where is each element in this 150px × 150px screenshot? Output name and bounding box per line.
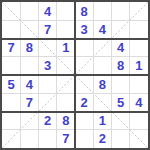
cell-r4c8[interactable]: 1 xyxy=(130,57,148,75)
cell-r7c5[interactable] xyxy=(75,112,93,130)
cell-r2c2[interactable] xyxy=(20,20,38,38)
cell-r3c1[interactable]: 7 xyxy=(2,39,20,57)
cell-r3c2[interactable]: 8 xyxy=(20,39,38,57)
cell-r6c7[interactable]: 5 xyxy=(112,93,130,111)
cell-r4c6[interactable] xyxy=(93,57,111,75)
cell-r7c2[interactable] xyxy=(20,112,38,130)
cell-r4c1[interactable] xyxy=(2,57,20,75)
cell-r1c1[interactable] xyxy=(2,2,20,20)
cell-r8c7[interactable] xyxy=(112,130,130,148)
cell-r7c7[interactable] xyxy=(112,112,130,130)
cell-r7c8[interactable] xyxy=(130,112,148,130)
cell-r2c3[interactable]: 7 xyxy=(39,20,57,38)
cell-r2c7[interactable] xyxy=(112,20,130,38)
cell-r5c5[interactable] xyxy=(75,75,93,93)
cell-r3c4[interactable]: 1 xyxy=(57,39,75,57)
cell-r8c2[interactable] xyxy=(20,130,38,148)
cell-r6c1[interactable] xyxy=(2,93,20,111)
cell-r8c4[interactable]: 7 xyxy=(57,130,75,148)
cell-r6c5[interactable]: 2 xyxy=(75,93,93,111)
cell-r1c7[interactable] xyxy=(112,2,130,20)
cell-r1c3[interactable]: 4 xyxy=(39,2,57,20)
cell-r7c1[interactable] xyxy=(2,112,20,130)
cell-r4c3[interactable]: 3 xyxy=(39,57,57,75)
cell-r6c3[interactable] xyxy=(39,93,57,111)
cell-r4c4[interactable] xyxy=(57,57,75,75)
cell-r1c2[interactable] xyxy=(20,2,38,20)
cell-r3c6[interactable] xyxy=(93,39,111,57)
cell-r6c6[interactable] xyxy=(93,93,111,111)
cell-r6c8[interactable]: 4 xyxy=(130,93,148,111)
cell-r7c6[interactable]: 1 xyxy=(93,112,111,130)
cell-r1c4[interactable] xyxy=(57,2,75,20)
cell-r2c1[interactable] xyxy=(2,20,20,38)
cell-r5c2[interactable]: 4 xyxy=(20,75,38,93)
cell-r7c4[interactable]: 8 xyxy=(57,112,75,130)
cell-r8c1[interactable] xyxy=(2,130,20,148)
cell-r1c5[interactable]: 8 xyxy=(75,2,93,20)
cell-r8c6[interactable]: 2 xyxy=(93,130,111,148)
cell-r4c2[interactable] xyxy=(20,57,38,75)
cell-r8c8[interactable] xyxy=(130,130,148,148)
cell-r3c3[interactable] xyxy=(39,39,57,57)
cell-r3c8[interactable] xyxy=(130,39,148,57)
cell-r3c5[interactable] xyxy=(75,39,93,57)
cell-r7c3[interactable]: 2 xyxy=(39,112,57,130)
cell-r5c1[interactable]: 5 xyxy=(2,75,20,93)
cell-r6c4[interactable] xyxy=(57,93,75,111)
cell-r8c5[interactable] xyxy=(75,130,93,148)
cell-r5c7[interactable] xyxy=(112,75,130,93)
sudoku-board: 487347814381548725428172 xyxy=(0,0,150,150)
cell-r2c4[interactable] xyxy=(57,20,75,38)
cell-r3c7[interactable]: 4 xyxy=(112,39,130,57)
cell-r5c6[interactable]: 8 xyxy=(93,75,111,93)
cell-r2c8[interactable] xyxy=(130,20,148,38)
cell-r5c3[interactable] xyxy=(39,75,57,93)
cell-r4c5[interactable] xyxy=(75,57,93,75)
cell-r6c2[interactable]: 7 xyxy=(20,93,38,111)
cell-r4c7[interactable]: 8 xyxy=(112,57,130,75)
cell-r2c5[interactable]: 3 xyxy=(75,20,93,38)
cell-r5c8[interactable] xyxy=(130,75,148,93)
sudoku-grid: 487347814381548725428172 xyxy=(2,2,148,148)
cell-r8c3[interactable] xyxy=(39,130,57,148)
cell-r1c6[interactable] xyxy=(93,2,111,20)
cell-r5c4[interactable] xyxy=(57,75,75,93)
cell-r2c6[interactable]: 4 xyxy=(93,20,111,38)
cell-r1c8[interactable] xyxy=(130,2,148,20)
